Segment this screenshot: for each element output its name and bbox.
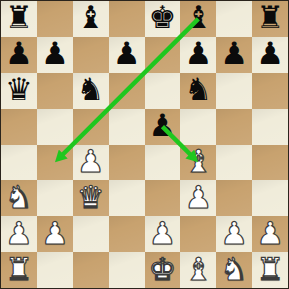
square-h2[interactable]: ♟ bbox=[252, 216, 288, 252]
square-b4[interactable] bbox=[37, 145, 73, 181]
piece-white-rook-a1[interactable]: ♜ bbox=[5, 254, 33, 285]
piece-black-bishop-c8[interactable]: ♝ bbox=[77, 2, 105, 33]
piece-white-queen-c3[interactable]: ♛ bbox=[77, 182, 105, 213]
square-b1[interactable] bbox=[37, 252, 73, 288]
square-f8[interactable]: ♝ bbox=[180, 1, 216, 37]
piece-black-queen-a6[interactable]: ♛ bbox=[5, 74, 33, 105]
square-h6[interactable] bbox=[252, 73, 288, 109]
piece-black-bishop-f8[interactable]: ♝ bbox=[184, 2, 212, 33]
square-h5[interactable] bbox=[252, 109, 288, 145]
square-c5[interactable] bbox=[73, 109, 109, 145]
piece-white-pawn-f3[interactable]: ♟ bbox=[184, 182, 212, 213]
piece-black-rook-h8[interactable]: ♜ bbox=[256, 2, 284, 33]
piece-white-pawn-g2[interactable]: ♟ bbox=[220, 218, 248, 249]
piece-white-pawn-h2[interactable]: ♟ bbox=[256, 218, 284, 249]
piece-white-bishop-f1[interactable]: ♝ bbox=[184, 254, 212, 285]
piece-white-rook-h1[interactable]: ♜ bbox=[256, 254, 284, 285]
piece-black-king-e8[interactable]: ♚ bbox=[149, 2, 177, 33]
square-b3[interactable] bbox=[37, 180, 73, 216]
square-f4[interactable]: ♝ bbox=[180, 145, 216, 181]
piece-black-pawn-d7[interactable]: ♟ bbox=[113, 38, 141, 69]
square-e5[interactable]: ♟ bbox=[145, 109, 181, 145]
square-d2[interactable] bbox=[109, 216, 145, 252]
piece-white-knight-g1[interactable]: ♞ bbox=[220, 254, 248, 285]
piece-white-pawn-c4[interactable]: ♟ bbox=[77, 146, 105, 177]
square-d8[interactable] bbox=[109, 1, 145, 37]
piece-white-bishop-f4[interactable]: ♝ bbox=[184, 146, 212, 177]
square-f5[interactable] bbox=[180, 109, 216, 145]
piece-black-pawn-e5[interactable]: ♟ bbox=[149, 110, 177, 141]
square-d4[interactable] bbox=[109, 145, 145, 181]
square-e6[interactable] bbox=[145, 73, 181, 109]
piece-black-pawn-f7[interactable]: ♟ bbox=[184, 38, 212, 69]
square-g8[interactable] bbox=[216, 1, 252, 37]
square-a1[interactable]: ♜ bbox=[1, 252, 37, 288]
piece-white-pawn-e2[interactable]: ♟ bbox=[149, 218, 177, 249]
square-b5[interactable] bbox=[37, 109, 73, 145]
square-g2[interactable]: ♟ bbox=[216, 216, 252, 252]
square-c1[interactable] bbox=[73, 252, 109, 288]
square-h4[interactable] bbox=[252, 145, 288, 181]
square-f2[interactable] bbox=[180, 216, 216, 252]
square-a2[interactable]: ♟ bbox=[1, 216, 37, 252]
piece-black-pawn-h7[interactable]: ♟ bbox=[256, 38, 284, 69]
square-d7[interactable]: ♟ bbox=[109, 37, 145, 73]
square-a3[interactable]: ♞ bbox=[1, 180, 37, 216]
piece-white-pawn-b2[interactable]: ♟ bbox=[41, 218, 69, 249]
square-a6[interactable]: ♛ bbox=[1, 73, 37, 109]
square-f7[interactable]: ♟ bbox=[180, 37, 216, 73]
square-b8[interactable] bbox=[37, 1, 73, 37]
square-h1[interactable]: ♜ bbox=[252, 252, 288, 288]
square-g6[interactable] bbox=[216, 73, 252, 109]
square-f6[interactable]: ♞ bbox=[180, 73, 216, 109]
square-e7[interactable] bbox=[145, 37, 181, 73]
square-c6[interactable]: ♞ bbox=[73, 73, 109, 109]
square-h3[interactable] bbox=[252, 180, 288, 216]
square-a5[interactable] bbox=[1, 109, 37, 145]
square-e2[interactable]: ♟ bbox=[145, 216, 181, 252]
square-e1[interactable]: ♚ bbox=[145, 252, 181, 288]
square-c7[interactable] bbox=[73, 37, 109, 73]
square-e8[interactable]: ♚ bbox=[145, 1, 181, 37]
square-g5[interactable] bbox=[216, 109, 252, 145]
square-g4[interactable] bbox=[216, 145, 252, 181]
square-e3[interactable] bbox=[145, 180, 181, 216]
square-b7[interactable]: ♟ bbox=[37, 37, 73, 73]
piece-black-pawn-g7[interactable]: ♟ bbox=[220, 38, 248, 69]
square-g7[interactable]: ♟ bbox=[216, 37, 252, 73]
square-d3[interactable] bbox=[109, 180, 145, 216]
square-h7[interactable]: ♟ bbox=[252, 37, 288, 73]
square-b6[interactable] bbox=[37, 73, 73, 109]
square-c4[interactable]: ♟ bbox=[73, 145, 109, 181]
square-d6[interactable] bbox=[109, 73, 145, 109]
piece-black-knight-c6[interactable]: ♞ bbox=[77, 74, 105, 105]
square-a4[interactable] bbox=[1, 145, 37, 181]
square-c2[interactable] bbox=[73, 216, 109, 252]
square-d1[interactable] bbox=[109, 252, 145, 288]
piece-black-rook-a8[interactable]: ♜ bbox=[5, 2, 33, 33]
piece-white-pawn-a2[interactable]: ♟ bbox=[5, 218, 33, 249]
piece-black-knight-f6[interactable]: ♞ bbox=[184, 74, 212, 105]
square-f1[interactable]: ♝ bbox=[180, 252, 216, 288]
square-c3[interactable]: ♛ bbox=[73, 180, 109, 216]
square-g1[interactable]: ♞ bbox=[216, 252, 252, 288]
square-a7[interactable]: ♟ bbox=[1, 37, 37, 73]
square-a8[interactable]: ♜ bbox=[1, 1, 37, 37]
piece-white-king-e1[interactable]: ♚ bbox=[149, 254, 177, 285]
square-g3[interactable] bbox=[216, 180, 252, 216]
chess-board-frame: ♜♝♚♝♜♟♟♟♟♟♟♛♞♞♟♟♝♞♛♟♟♟♟♟♟♜♚♝♞♜ bbox=[0, 0, 289, 289]
square-h8[interactable]: ♜ bbox=[252, 1, 288, 37]
square-d5[interactable] bbox=[109, 109, 145, 145]
chess-board: ♜♝♚♝♜♟♟♟♟♟♟♛♞♞♟♟♝♞♛♟♟♟♟♟♟♜♚♝♞♜ bbox=[1, 1, 288, 288]
square-f3[interactable]: ♟ bbox=[180, 180, 216, 216]
square-b2[interactable]: ♟ bbox=[37, 216, 73, 252]
square-e4[interactable] bbox=[145, 145, 181, 181]
piece-black-pawn-b7[interactable]: ♟ bbox=[41, 38, 69, 69]
piece-white-knight-a3[interactable]: ♞ bbox=[5, 182, 33, 213]
square-c8[interactable]: ♝ bbox=[73, 1, 109, 37]
piece-black-pawn-a7[interactable]: ♟ bbox=[5, 38, 33, 69]
